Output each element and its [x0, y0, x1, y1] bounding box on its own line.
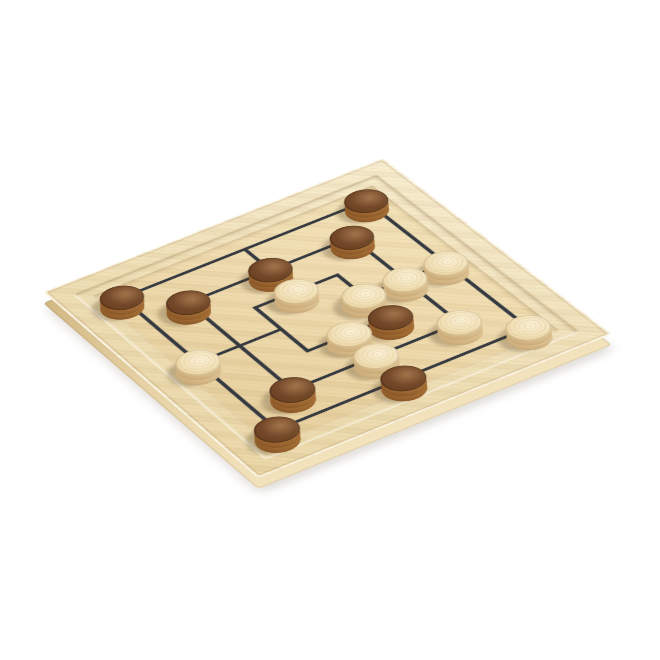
points-layer: [93, 185, 559, 447]
piece-dark-a7[interactable]: [336, 185, 397, 218]
piece-light-f6[interactable]: [428, 305, 491, 340]
piece-dark-g1[interactable]: [245, 411, 309, 448]
piece-dark-f2[interactable]: [261, 372, 324, 408]
piece-dark-a1[interactable]: [92, 281, 153, 315]
product-photo-stage: [0, 0, 660, 660]
piece-dark-b6[interactable]: [321, 221, 382, 255]
playfield: [93, 185, 559, 447]
piece-light-g7[interactable]: [496, 310, 560, 346]
morris-board: [43, 158, 612, 478]
piece-dark-b2[interactable]: [158, 285, 219, 320]
